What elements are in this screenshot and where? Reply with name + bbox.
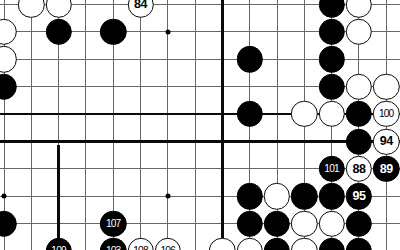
white-stone bbox=[209, 238, 235, 250]
black-stone bbox=[236, 210, 262, 236]
move-number: 89 bbox=[380, 163, 393, 176]
white-stone bbox=[346, 73, 372, 99]
move-number: 101 bbox=[324, 164, 339, 174]
white-stone bbox=[18, 0, 44, 18]
black-stone bbox=[318, 73, 344, 99]
white-stone bbox=[236, 238, 262, 250]
black-stone bbox=[45, 19, 71, 45]
grid-vline bbox=[140, 0, 141, 250]
white-stone bbox=[0, 19, 17, 45]
white-stone bbox=[0, 46, 17, 72]
move-number: 94 bbox=[380, 135, 393, 148]
white-stone bbox=[318, 101, 344, 127]
move-number: 95 bbox=[352, 190, 365, 203]
black-stone bbox=[346, 210, 372, 236]
star-point bbox=[165, 29, 170, 34]
white-stone-106: 106 bbox=[155, 238, 181, 250]
white-stone-94: 94 bbox=[373, 128, 399, 154]
black-stone bbox=[346, 101, 372, 127]
black-stone bbox=[346, 128, 372, 154]
move-number: 107 bbox=[106, 219, 121, 229]
black-stone-107: 107 bbox=[100, 210, 126, 236]
white-stone-88: 88 bbox=[346, 156, 372, 182]
white-stone-84: 84 bbox=[127, 0, 153, 18]
black-stone bbox=[318, 0, 344, 18]
white-stone bbox=[45, 0, 71, 18]
black-stone bbox=[291, 183, 317, 209]
black-stone bbox=[236, 46, 262, 72]
black-stone-95: 95 bbox=[346, 183, 372, 209]
grid-vline bbox=[167, 0, 168, 250]
black-stone bbox=[318, 238, 344, 250]
move-number: 103 bbox=[106, 246, 121, 250]
white-stone bbox=[346, 0, 372, 18]
black-stone bbox=[0, 210, 17, 236]
black-stone bbox=[318, 19, 344, 45]
black-stone bbox=[0, 73, 17, 99]
black-stone bbox=[264, 210, 290, 236]
move-number: 108 bbox=[133, 246, 148, 250]
grid-bold-vline bbox=[57, 145, 60, 250]
white-stone bbox=[291, 101, 317, 127]
grid-vline bbox=[195, 0, 196, 250]
grid-vline bbox=[85, 0, 86, 250]
black-stone bbox=[318, 46, 344, 72]
move-number: 84 bbox=[134, 0, 147, 11]
star-point bbox=[165, 194, 170, 199]
white-stone bbox=[264, 183, 290, 209]
grid-bold-vline bbox=[221, 0, 224, 238]
black-stone bbox=[346, 238, 372, 250]
black-stone bbox=[236, 101, 262, 127]
white-stone bbox=[373, 73, 399, 99]
move-number: 106 bbox=[160, 246, 175, 250]
white-stone bbox=[318, 210, 344, 236]
black-stone bbox=[264, 238, 290, 250]
black-stone-103: 103 bbox=[100, 238, 126, 250]
black-stone bbox=[318, 183, 344, 209]
white-stone-100: 100 bbox=[373, 101, 399, 127]
move-number: 100 bbox=[379, 109, 394, 119]
black-stone-109: 109 bbox=[45, 238, 71, 250]
grid-vline bbox=[31, 0, 32, 250]
black-stone-101: 101 bbox=[318, 156, 344, 182]
grid-bold-hline bbox=[0, 140, 400, 143]
star-point bbox=[2, 194, 7, 199]
white-stone-108: 108 bbox=[127, 238, 153, 250]
white-stone bbox=[291, 210, 317, 236]
go-board-diagram: 8410094101888995107109103108106 bbox=[0, 0, 400, 250]
black-stone-89: 89 bbox=[373, 156, 399, 182]
move-number: 109 bbox=[51, 246, 66, 250]
black-stone bbox=[100, 19, 126, 45]
white-stone bbox=[346, 19, 372, 45]
white-stone bbox=[291, 238, 317, 250]
black-stone bbox=[236, 183, 262, 209]
move-number: 88 bbox=[352, 163, 365, 176]
